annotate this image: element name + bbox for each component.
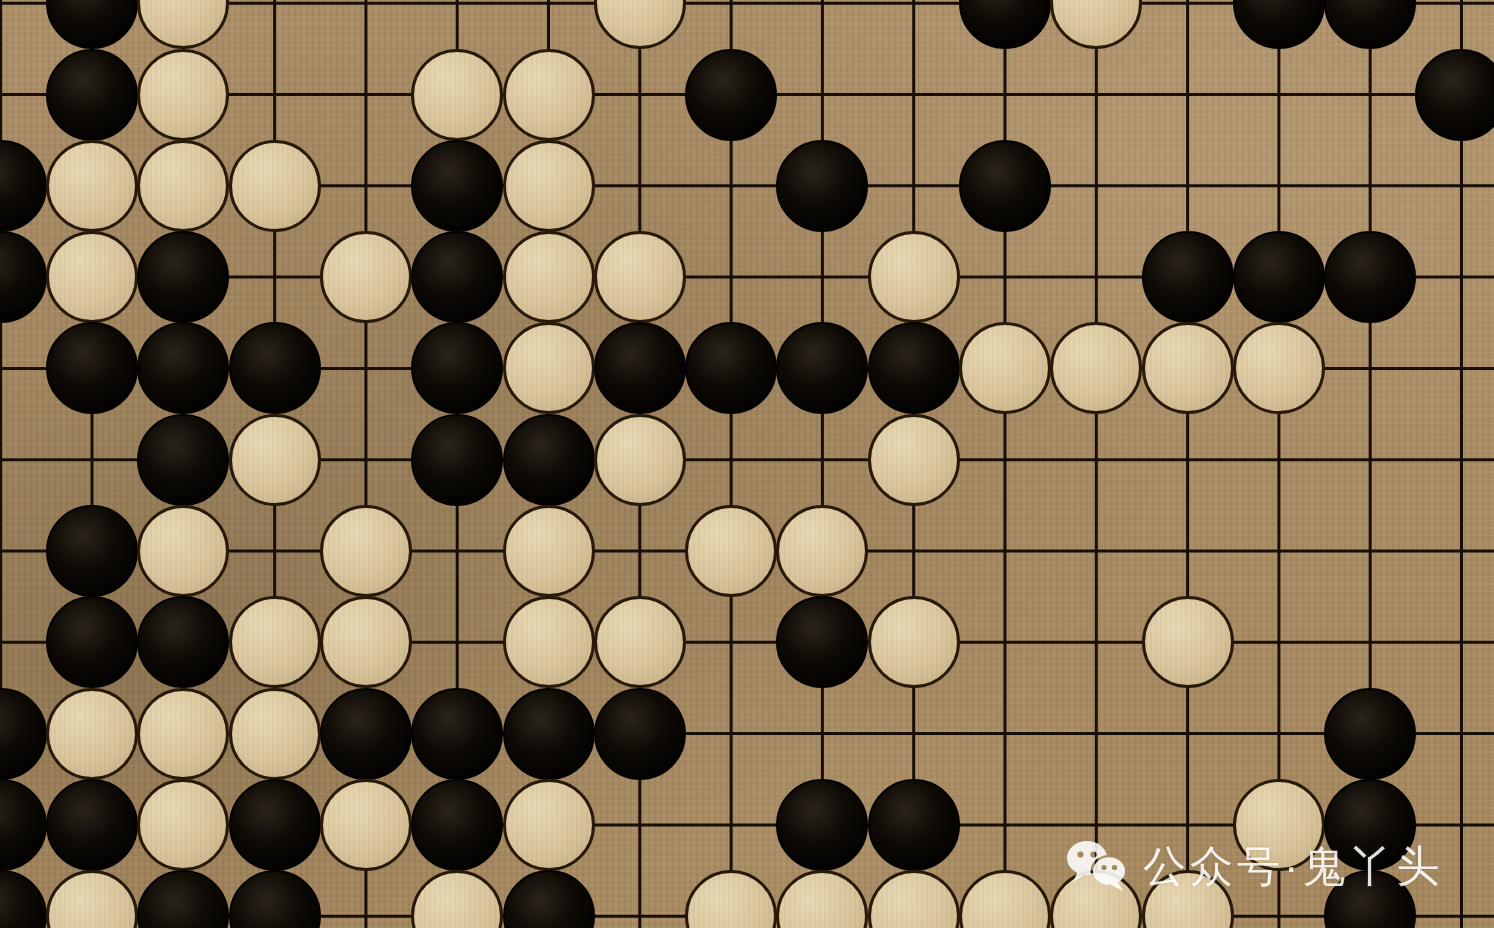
intersection[interactable]: [959, 49, 1050, 140]
intersection[interactable]: [138, 49, 229, 140]
intersection[interactable]: [229, 414, 320, 505]
intersection[interactable]: [1416, 597, 1494, 688]
intersection[interactable]: [777, 597, 868, 688]
intersection[interactable]: [1416, 414, 1494, 505]
intersection[interactable]: [412, 49, 503, 140]
white-stone: [137, 140, 229, 232]
intersection[interactable]: [868, 505, 959, 596]
white-stone: [868, 870, 960, 928]
intersection[interactable]: [1325, 49, 1416, 140]
go-board: 公众号·鬼丫头: [0, 0, 1494, 928]
black-stone: [685, 322, 777, 414]
intersection[interactable]: [412, 0, 503, 49]
white-stone: [1050, 870, 1142, 928]
intersection[interactable]: [1416, 231, 1494, 322]
intersection[interactable]: [594, 49, 685, 140]
intersection[interactable]: [868, 414, 959, 505]
white-stone: [1050, 0, 1142, 49]
white-stone: [137, 0, 229, 49]
black-stone: [46, 779, 138, 871]
intersection[interactable]: [868, 871, 959, 928]
intersection[interactable]: [777, 231, 868, 322]
black-stone: [868, 322, 960, 414]
intersection[interactable]: [1142, 871, 1233, 928]
intersection[interactable]: [46, 505, 137, 596]
intersection[interactable]: [412, 597, 503, 688]
intersection[interactable]: [0, 871, 46, 928]
intersection[interactable]: [685, 779, 776, 870]
intersection[interactable]: [46, 779, 137, 870]
intersection[interactable]: [138, 871, 229, 928]
intersection[interactable]: [1142, 505, 1233, 596]
intersection[interactable]: [1142, 779, 1233, 870]
intersection[interactable]: [503, 140, 594, 231]
intersection[interactable]: [320, 505, 411, 596]
intersection[interactable]: [320, 414, 411, 505]
white-stone: [959, 870, 1051, 928]
white-stone: [776, 505, 868, 597]
intersection[interactable]: [1325, 0, 1416, 49]
intersection[interactable]: [138, 140, 229, 231]
intersection[interactable]: [1325, 140, 1416, 231]
black-stone: [411, 414, 503, 506]
black-stone: [46, 49, 138, 141]
intersection[interactable]: [1142, 0, 1233, 49]
intersection[interactable]: [777, 323, 868, 414]
white-stone: [137, 49, 229, 141]
intersection[interactable]: [594, 231, 685, 322]
intersection[interactable]: [1142, 49, 1233, 140]
intersection[interactable]: [503, 505, 594, 596]
intersection[interactable]: [594, 0, 685, 49]
intersection[interactable]: [1051, 871, 1142, 928]
intersection[interactable]: [777, 505, 868, 596]
intersection[interactable]: [138, 231, 229, 322]
intersection[interactable]: [138, 505, 229, 596]
intersection[interactable]: [46, 871, 137, 928]
intersection[interactable]: [1051, 688, 1142, 779]
intersection[interactable]: [503, 49, 594, 140]
black-stone: [137, 414, 229, 506]
intersection[interactable]: [1416, 0, 1494, 49]
intersection[interactable]: [1416, 140, 1494, 231]
intersection[interactable]: [138, 597, 229, 688]
intersection[interactable]: [1233, 0, 1324, 49]
intersection[interactable]: [1416, 871, 1494, 928]
intersection[interactable]: [685, 871, 776, 928]
white-stone: [685, 505, 777, 597]
black-stone: [46, 322, 138, 414]
intersection[interactable]: [0, 505, 46, 596]
intersection[interactable]: [412, 231, 503, 322]
white-stone: [503, 231, 595, 323]
black-stone: [137, 231, 229, 323]
intersection[interactable]: [1416, 779, 1494, 870]
intersection[interactable]: [1416, 688, 1494, 779]
intersection[interactable]: [1233, 140, 1324, 231]
intersection[interactable]: [1233, 323, 1324, 414]
intersection[interactable]: [320, 688, 411, 779]
black-stone: [0, 231, 47, 323]
intersection[interactable]: [138, 323, 229, 414]
intersection[interactable]: [138, 0, 229, 49]
black-stone: [594, 688, 686, 780]
intersection[interactable]: [1142, 231, 1233, 322]
intersection[interactable]: [959, 688, 1050, 779]
black-stone: [0, 140, 47, 232]
intersection[interactable]: [0, 231, 46, 322]
black-stone: [1233, 0, 1325, 49]
intersection[interactable]: [46, 0, 137, 49]
black-stone: [959, 0, 1051, 49]
white-stone: [320, 779, 412, 871]
intersection[interactable]: [1051, 140, 1142, 231]
white-stone: [1142, 870, 1234, 928]
intersection[interactable]: [1233, 414, 1324, 505]
intersection[interactable]: [46, 49, 137, 140]
black-stone: [868, 779, 960, 871]
black-stone: [776, 140, 868, 232]
white-stone: [320, 231, 412, 323]
white-stone: [959, 322, 1051, 414]
white-stone: [46, 231, 138, 323]
black-stone: [1324, 0, 1416, 49]
intersection[interactable]: [1416, 49, 1494, 140]
intersection[interactable]: [1233, 779, 1324, 870]
white-stone: [46, 140, 138, 232]
intersection[interactable]: [138, 779, 229, 870]
intersection[interactable]: [959, 323, 1050, 414]
intersection[interactable]: [412, 140, 503, 231]
intersection[interactable]: [46, 323, 137, 414]
intersection[interactable]: [594, 688, 685, 779]
black-stone: [0, 870, 47, 928]
black-stone: [1415, 49, 1494, 141]
black-stone: [137, 322, 229, 414]
intersection[interactable]: [777, 688, 868, 779]
white-stone: [1050, 322, 1142, 414]
intersection[interactable]: [1051, 414, 1142, 505]
black-stone: [0, 779, 47, 871]
intersection[interactable]: [320, 779, 411, 870]
intersection[interactable]: [594, 414, 685, 505]
intersection[interactable]: [777, 140, 868, 231]
white-stone: [411, 870, 503, 928]
black-stone: [776, 322, 868, 414]
black-stone: [229, 779, 321, 871]
intersection[interactable]: [594, 779, 685, 870]
intersection[interactable]: [229, 323, 320, 414]
black-stone: [685, 49, 777, 141]
intersection[interactable]: [320, 140, 411, 231]
black-stone: [594, 322, 686, 414]
white-stone: [868, 414, 960, 506]
intersection[interactable]: [959, 779, 1050, 870]
intersection[interactable]: [1325, 323, 1416, 414]
intersection[interactable]: [503, 688, 594, 779]
intersection[interactable]: [868, 779, 959, 870]
intersection[interactable]: [1051, 49, 1142, 140]
intersection[interactable]: [412, 505, 503, 596]
black-stone: [229, 870, 321, 928]
white-stone: [1233, 322, 1325, 414]
intersection[interactable]: [0, 414, 46, 505]
intersection[interactable]: [46, 231, 137, 322]
intersection[interactable]: [868, 323, 959, 414]
intersection[interactable]: [868, 597, 959, 688]
intersection[interactable]: [412, 414, 503, 505]
black-stone: [1324, 231, 1416, 323]
intersection[interactable]: [959, 0, 1050, 49]
white-stone: [594, 0, 686, 49]
black-stone: [411, 231, 503, 323]
white-stone: [503, 322, 595, 414]
intersection[interactable]: [412, 779, 503, 870]
black-stone: [1324, 688, 1416, 780]
intersection[interactable]: [320, 231, 411, 322]
intersection[interactable]: [868, 688, 959, 779]
intersection[interactable]: [1233, 597, 1324, 688]
black-stone: [137, 870, 229, 928]
intersection[interactable]: [229, 49, 320, 140]
intersection[interactable]: [229, 597, 320, 688]
intersection[interactable]: [959, 597, 1050, 688]
black-stone: [503, 414, 595, 506]
white-stone: [776, 870, 868, 928]
intersection[interactable]: [1142, 323, 1233, 414]
intersection[interactable]: [959, 414, 1050, 505]
intersection[interactable]: [1325, 871, 1416, 928]
intersection[interactable]: [777, 49, 868, 140]
intersection[interactable]: [1051, 231, 1142, 322]
intersection[interactable]: [503, 597, 594, 688]
intersection[interactable]: [777, 871, 868, 928]
white-stone: [229, 140, 321, 232]
intersection[interactable]: [320, 597, 411, 688]
intersection[interactable]: [0, 323, 46, 414]
black-stone: [320, 688, 412, 780]
intersection[interactable]: [868, 0, 959, 49]
white-stone: [868, 596, 960, 688]
intersection[interactable]: [1233, 871, 1324, 928]
intersection[interactable]: [1233, 49, 1324, 140]
intersection[interactable]: [594, 140, 685, 231]
intersection[interactable]: [229, 505, 320, 596]
intersection[interactable]: [412, 688, 503, 779]
intersection[interactable]: [503, 323, 594, 414]
intersection[interactable]: [1051, 505, 1142, 596]
white-stone: [503, 596, 595, 688]
intersection[interactable]: [0, 597, 46, 688]
white-stone: [503, 505, 595, 597]
white-stone: [137, 505, 229, 597]
intersection[interactable]: [320, 323, 411, 414]
intersection[interactable]: [868, 49, 959, 140]
white-stone: [411, 49, 503, 141]
white-stone: [46, 688, 138, 780]
intersection[interactable]: [1142, 597, 1233, 688]
intersection[interactable]: [685, 505, 776, 596]
intersection[interactable]: [959, 140, 1050, 231]
black-stone: [503, 688, 595, 780]
intersection[interactable]: [503, 231, 594, 322]
intersection[interactable]: [685, 323, 776, 414]
black-stone: [411, 779, 503, 871]
intersection[interactable]: [0, 688, 46, 779]
white-stone: [594, 231, 686, 323]
black-stone: [776, 596, 868, 688]
intersection[interactable]: [1051, 779, 1142, 870]
intersection[interactable]: [46, 688, 137, 779]
black-stone: [411, 140, 503, 232]
intersection[interactable]: [1233, 231, 1324, 322]
intersection[interactable]: [868, 140, 959, 231]
white-stone: [503, 49, 595, 141]
intersection[interactable]: [685, 597, 776, 688]
intersection[interactable]: [685, 140, 776, 231]
black-stone: [411, 322, 503, 414]
intersection[interactable]: [1142, 140, 1233, 231]
black-stone: [46, 596, 138, 688]
white-stone: [685, 870, 777, 928]
intersection[interactable]: [320, 871, 411, 928]
intersection[interactable]: [229, 231, 320, 322]
black-stone: [1233, 231, 1325, 323]
intersection[interactable]: [138, 414, 229, 505]
intersection[interactable]: [1325, 597, 1416, 688]
black-stone: [0, 688, 47, 780]
intersection[interactable]: [0, 140, 46, 231]
intersection[interactable]: [1142, 414, 1233, 505]
white-stone: [503, 140, 595, 232]
intersection[interactable]: [229, 871, 320, 928]
intersection[interactable]: [1051, 0, 1142, 49]
white-stone: [137, 688, 229, 780]
black-stone: [1324, 779, 1416, 871]
intersection[interactable]: [503, 871, 594, 928]
intersection[interactable]: [46, 597, 137, 688]
black-stone: [503, 870, 595, 928]
intersection[interactable]: [46, 140, 137, 231]
black-stone: [229, 322, 321, 414]
intersection[interactable]: [412, 871, 503, 928]
intersection[interactable]: [0, 49, 46, 140]
intersection[interactable]: [1325, 231, 1416, 322]
intersection[interactable]: [0, 779, 46, 870]
intersection[interactable]: [1416, 323, 1494, 414]
intersection[interactable]: [46, 414, 137, 505]
intersection[interactable]: [412, 323, 503, 414]
white-stone: [320, 505, 412, 597]
white-stone: [229, 688, 321, 780]
intersection[interactable]: [1051, 597, 1142, 688]
black-stone: [137, 596, 229, 688]
black-stone: [46, 0, 138, 49]
intersection[interactable]: [685, 231, 776, 322]
intersection[interactable]: [229, 0, 320, 49]
intersection[interactable]: [1051, 323, 1142, 414]
intersection[interactable]: [1233, 505, 1324, 596]
intersection[interactable]: [777, 779, 868, 870]
intersection[interactable]: [777, 414, 868, 505]
intersection[interactable]: [1325, 779, 1416, 870]
intersection[interactable]: [1416, 505, 1494, 596]
intersection[interactable]: [0, 0, 46, 49]
white-stone: [1233, 779, 1325, 871]
intersection[interactable]: [503, 779, 594, 870]
intersection[interactable]: [1325, 505, 1416, 596]
intersection[interactable]: [777, 0, 868, 49]
black-stone: [959, 140, 1051, 232]
black-stone: [1142, 231, 1234, 323]
black-stone: [46, 505, 138, 597]
intersection[interactable]: [685, 688, 776, 779]
white-stone: [868, 231, 960, 323]
board-intersections: [0, 0, 1494, 928]
intersection[interactable]: [1233, 688, 1324, 779]
white-stone: [594, 414, 686, 506]
intersection[interactable]: [959, 871, 1050, 928]
intersection[interactable]: [503, 0, 594, 49]
white-stone: [1142, 596, 1234, 688]
white-stone: [229, 414, 321, 506]
white-stone: [137, 779, 229, 871]
white-stone: [1142, 322, 1234, 414]
white-stone: [320, 596, 412, 688]
intersection[interactable]: [1325, 688, 1416, 779]
intersection[interactable]: [229, 140, 320, 231]
intersection[interactable]: [138, 688, 229, 779]
intersection[interactable]: [594, 505, 685, 596]
intersection[interactable]: [229, 688, 320, 779]
black-stone: [1324, 870, 1416, 928]
intersection[interactable]: [685, 49, 776, 140]
intersection[interactable]: [1142, 688, 1233, 779]
intersection[interactable]: [594, 323, 685, 414]
white-stone: [503, 779, 595, 871]
intersection[interactable]: [959, 505, 1050, 596]
intersection[interactable]: [685, 0, 776, 49]
intersection[interactable]: [685, 414, 776, 505]
intersection[interactable]: [959, 231, 1050, 322]
white-stone: [46, 870, 138, 928]
intersection[interactable]: [594, 597, 685, 688]
intersection[interactable]: [1325, 414, 1416, 505]
intersection[interactable]: [503, 414, 594, 505]
white-stone: [594, 596, 686, 688]
intersection[interactable]: [868, 231, 959, 322]
black-stone: [776, 779, 868, 871]
intersection[interactable]: [320, 49, 411, 140]
intersection[interactable]: [229, 779, 320, 870]
intersection[interactable]: [594, 871, 685, 928]
black-stone: [411, 688, 503, 780]
white-stone: [229, 596, 321, 688]
intersection[interactable]: [320, 0, 411, 49]
